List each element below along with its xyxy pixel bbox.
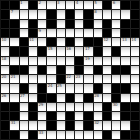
black-cell-r10c7 [66,94,74,102]
black-cell-r10c5 [47,94,55,102]
clue-number: 29 [39,103,44,108]
clue-number: 1 [20,1,22,6]
black-cell-r3c11 [103,29,111,37]
black-cell-r4c5 [47,38,55,46]
clue-number: 23 [76,75,81,80]
black-cell-r5c2 [20,47,28,55]
black-cell-r7c10 [94,66,102,74]
clue-number: 30 [113,103,118,108]
black-cell-r2c7 [66,20,74,28]
black-cell-r14c0 [1,131,9,139]
white-cell-r10c6[interactable] [57,94,65,102]
white-cell-r4c3[interactable]: 11 [29,38,37,46]
black-cell-r1c9 [84,10,92,18]
white-cell-r11c8[interactable] [75,103,83,111]
clue-number: 9 [39,29,41,34]
black-cell-r10c4 [38,94,46,102]
black-cell-r11c1 [10,103,18,111]
clue-number: 13 [122,38,127,43]
black-cell-r11c14 [131,103,139,111]
white-cell-r11c4[interactable]: 29 [38,103,46,111]
black-cell-r14c11 [103,131,111,139]
black-cell-r12c14 [131,112,139,120]
white-cell-r8c7[interactable]: 22 [66,75,74,83]
white-cell-r1c13[interactable] [121,10,129,18]
white-cell-r12c8[interactable] [75,112,83,120]
black-cell-r2c0 [1,20,9,28]
clue-number: 5 [94,1,96,6]
black-cell-r13c9 [84,121,92,129]
white-cell-r3c8[interactable] [75,29,83,37]
white-cell-r1c10[interactable]: 8 [94,10,102,18]
white-cell-r14c10[interactable] [94,131,102,139]
white-cell-r7c7[interactable] [66,66,74,74]
black-cell-r6c8 [75,57,83,65]
white-cell-r9c7[interactable] [66,84,74,92]
black-cell-r5c10 [94,47,102,55]
white-cell-r4c6[interactable] [57,38,65,46]
clue-number: 10 [2,38,7,43]
white-cell-r8c14[interactable] [131,75,139,83]
black-cell-r2c5 [47,20,55,28]
white-cell-r3c7[interactable] [66,29,74,37]
white-cell-r4c12[interactable] [112,38,120,46]
white-cell-r1c3[interactable] [29,10,37,18]
white-cell-r14c6[interactable] [57,131,65,139]
clue-number: 20 [2,75,7,80]
white-cell-r1c11[interactable] [103,10,111,18]
white-cell-r14c7[interactable] [66,131,74,139]
black-cell-r0c3 [29,1,37,9]
white-cell-r5c6[interactable] [57,47,65,55]
white-cell-r12c10[interactable] [94,112,102,120]
clue-number: 11 [29,38,34,43]
white-cell-r4c11[interactable]: 12 [103,38,111,46]
white-cell-r12c4[interactable] [38,112,46,120]
white-cell-r9c0[interactable] [1,84,9,92]
white-cell-r6c5[interactable] [47,57,55,65]
black-cell-r2c13 [121,20,129,28]
white-cell-r8c2[interactable] [20,75,28,83]
white-cell-r11c10[interactable] [94,103,102,111]
white-cell-r14c9[interactable] [84,131,92,139]
clue-number: 31 [11,121,16,126]
black-cell-r1c14 [131,10,139,18]
white-cell-r10c2[interactable]: 27 [20,94,28,102]
white-cell-r6c11[interactable] [103,57,111,65]
white-cell-r6c10[interactable] [94,57,102,65]
black-cell-r11c13 [121,103,129,111]
white-cell-r10c10[interactable]: 28 [94,94,102,102]
white-cell-r11c2[interactable] [20,103,28,111]
white-cell-r2c8[interactable] [75,20,83,28]
white-cell-r0c8[interactable]: 4 [75,1,83,9]
black-cell-r4c9 [84,38,92,46]
black-cell-r11c0 [1,103,9,111]
white-cell-r3c10[interactable] [94,29,102,37]
white-cell-r6c2[interactable] [20,57,28,65]
white-cell-r14c2[interactable] [20,131,28,139]
black-cell-r10c12 [112,94,120,102]
white-cell-r12c2[interactable] [20,112,28,120]
white-cell-r3c12[interactable] [112,29,120,37]
clue-number: 28 [94,94,99,99]
white-cell-r5c3[interactable] [29,47,37,55]
white-cell-r0c2[interactable]: 1 [20,1,28,9]
black-cell-r4c10 [94,38,102,46]
white-cell-r6c14[interactable] [131,57,139,65]
clue-number: 7 [11,10,13,15]
white-cell-r8c8[interactable]: 23 [75,75,83,83]
white-cell-r8c0[interactable]: 20 [1,75,9,83]
black-cell-r5c12 [112,47,120,55]
white-cell-r6c7[interactable] [66,57,74,65]
black-cell-r7c8 [75,66,83,74]
white-cell-r4c8[interactable] [75,38,83,46]
black-cell-r3c0 [1,29,9,37]
white-cell-r11c5[interactable] [47,103,55,111]
black-cell-r11c3 [29,103,37,111]
white-cell-r14c5[interactable] [47,131,55,139]
white-cell-r11c7[interactable] [66,103,74,111]
white-cell-r1c8[interactable] [75,10,83,18]
white-cell-r7c14[interactable] [131,66,139,74]
black-cell-r10c9 [84,94,92,102]
crossword-board-wrap: 1234567891011121314151617181920212223242… [0,0,140,140]
black-cell-r0c1 [10,1,18,9]
white-cell-r9c11[interactable] [103,84,111,92]
white-cell-r10c11[interactable] [103,94,111,102]
white-cell-r7c5[interactable] [47,66,55,74]
clue-number: 22 [66,75,71,80]
black-cell-r13c5 [47,121,55,129]
black-cell-r7c12 [112,66,120,74]
white-cell-r10c8[interactable] [75,94,83,102]
white-cell-r6c12[interactable] [112,57,120,65]
black-cell-r2c14 [131,20,139,28]
black-cell-r9c2 [20,84,28,92]
white-cell-r2c12[interactable] [112,20,120,28]
black-cell-r1c0 [1,10,9,18]
white-cell-r8c9[interactable] [84,75,92,83]
white-cell-r4c1[interactable] [10,38,18,46]
white-cell-r0c7[interactable] [66,1,74,9]
white-cell-r6c1[interactable] [10,57,18,65]
white-cell-r13c8[interactable] [75,121,83,129]
clue-number: 17 [85,47,90,52]
white-cell-r8c4[interactable] [38,75,46,83]
white-cell-r13c2[interactable] [20,121,28,129]
white-cell-r2c4[interactable] [38,20,46,28]
white-cell-r3c4[interactable]: 9 [38,29,46,37]
black-cell-r7c6 [57,66,65,74]
white-cell-r1c2[interactable] [20,10,28,18]
white-cell-r9c5[interactable]: 24 [47,84,55,92]
white-cell-r11c9[interactable] [84,103,92,111]
black-cell-r13c7 [66,121,74,129]
white-cell-r0c6[interactable]: 3 [57,1,65,9]
black-cell-r14c3 [29,131,37,139]
white-cell-r9c3[interactable] [29,84,37,92]
black-cell-r0c11 [103,1,111,9]
white-cell-r13c6[interactable] [57,121,65,129]
black-cell-r1c5 [47,10,55,18]
white-cell-r0c4[interactable]: 2 [38,1,46,9]
white-cell-r4c14[interactable]: 14 [131,38,139,46]
black-cell-r14c13 [121,131,129,139]
clue-number: 26 [2,94,7,99]
white-cell-r7c0[interactable] [1,66,9,74]
white-cell-r9c6[interactable]: 25 [57,84,65,92]
white-cell-r2c2[interactable] [20,20,28,28]
black-cell-r3c14 [131,29,139,37]
black-cell-r12c11 [103,112,111,120]
white-cell-r2c6[interactable] [57,20,65,28]
white-cell-r13c4[interactable] [38,121,46,129]
clue-number: 12 [103,38,108,43]
white-cell-r9c14[interactable] [131,84,139,92]
white-cell-r0c10[interactable]: 5 [94,1,102,9]
white-cell-r6c0[interactable]: 18 [1,57,9,65]
white-cell-r13c1[interactable]: 31 [10,121,18,129]
white-cell-r8c12[interactable] [112,75,120,83]
white-cell-r1c1[interactable]: 7 [10,10,18,18]
white-cell-r3c6[interactable] [57,29,65,37]
white-cell-r3c5[interactable] [47,29,55,37]
clue-number: 32 [94,121,99,126]
clue-number: 33 [39,131,44,136]
clue-number: 25 [57,84,62,89]
white-cell-r12c6[interactable] [57,112,65,120]
clue-number: 4 [76,1,78,6]
black-cell-r12c0 [1,112,9,120]
clue-number: 18 [2,57,7,62]
clue-number: 8 [94,10,96,15]
white-cell-r14c8[interactable] [75,131,83,139]
black-cell-r13c14 [131,121,139,129]
clue-number: 14 [131,38,136,43]
white-cell-r14c12[interactable] [112,131,120,139]
white-cell-r10c3[interactable] [29,94,37,102]
white-cell-r5c13[interactable] [121,47,129,55]
black-cell-r14c1 [10,131,18,139]
black-cell-r8c6 [57,75,65,83]
white-cell-r9c1[interactable] [10,84,18,92]
black-cell-r9c13 [121,84,129,92]
white-cell-r8c13[interactable] [121,75,129,83]
white-cell-r10c13[interactable] [121,94,129,102]
black-cell-r3c13 [121,29,129,37]
white-cell-r1c6[interactable] [57,10,65,18]
clue-number: 16 [66,47,71,52]
white-cell-r8c3[interactable] [29,75,37,83]
black-cell-r2c11 [103,20,111,28]
white-cell-r4c4[interactable] [38,38,46,46]
clue-number: 15 [48,47,53,52]
black-cell-r9c10 [94,84,102,92]
white-cell-r5c7[interactable]: 16 [66,47,74,55]
white-cell-r8c5[interactable] [47,75,55,83]
white-cell-r13c13[interactable] [121,121,129,129]
clue-number: 3 [57,1,59,6]
white-cell-r4c13[interactable]: 13 [121,38,129,46]
white-cell-r0c5[interactable] [47,1,55,9]
white-cell-r3c2[interactable] [20,29,28,37]
white-cell-r5c8[interactable] [75,47,83,55]
white-cell-r13c12[interactable] [112,121,120,129]
white-cell-r9c8[interactable] [75,84,83,92]
white-cell-r13c11[interactable] [103,121,111,129]
black-cell-r5c1 [10,47,18,55]
white-cell-r6c4[interactable] [38,57,46,65]
clue-number: 6 [113,1,115,6]
white-cell-r12c12[interactable] [112,112,120,120]
white-cell-r10c14[interactable] [131,94,139,102]
white-cell-r6c9[interactable]: 19 [84,57,92,65]
black-cell-r2c1 [10,20,18,28]
black-cell-r0c0 [1,1,9,9]
black-cell-r0c13 [121,1,129,9]
white-cell-r5c0[interactable] [1,47,9,55]
white-cell-r14c4[interactable]: 33 [38,131,46,139]
black-cell-r12c1 [10,112,18,120]
black-cell-r11c11 [103,103,111,111]
white-cell-r10c0[interactable]: 26 [1,94,9,102]
white-cell-r7c3[interactable] [29,66,37,74]
white-cell-r8c1[interactable]: 21 [10,75,18,83]
white-cell-r1c4[interactable] [38,10,46,18]
white-cell-r4c0[interactable]: 10 [1,38,9,46]
white-cell-r13c10[interactable]: 32 [94,121,102,129]
white-cell-r13c3[interactable] [29,121,37,129]
black-cell-r12c3 [29,112,37,120]
white-cell-r5c5[interactable]: 15 [47,47,55,55]
black-cell-r4c2 [20,38,28,46]
black-cell-r12c13 [121,112,129,120]
crossword-grid: 1234567891011121314151617181920212223242… [0,0,140,140]
black-cell-r5c4 [38,47,46,55]
black-cell-r0c14 [131,1,139,9]
white-cell-r10c1[interactable] [10,94,18,102]
white-cell-r6c13[interactable] [121,57,129,65]
black-cell-r13c0 [1,121,9,129]
white-cell-r6c3[interactable] [29,57,37,65]
black-cell-r1c7 [66,10,74,18]
white-cell-r5c11[interactable] [103,47,111,55]
clue-number: 19 [85,57,90,62]
white-cell-r6c6[interactable] [57,57,65,65]
white-cell-r1c12[interactable] [112,10,120,18]
black-cell-r7c4 [38,66,46,74]
black-cell-r12c9 [84,112,92,120]
black-cell-r2c3 [29,20,37,28]
clue-number: 27 [20,94,25,99]
black-cell-r9c4 [38,84,46,92]
black-cell-r3c3 [29,29,37,37]
white-cell-r8c11[interactable] [103,75,111,83]
white-cell-r0c9[interactable] [84,1,92,9]
black-cell-r7c2 [20,66,28,74]
white-cell-r9c9[interactable] [84,84,92,92]
white-cell-r0c12[interactable]: 6 [112,1,120,9]
white-cell-r7c11[interactable] [103,66,111,74]
white-cell-r5c9[interactable]: 17 [84,47,92,55]
black-cell-r3c1 [10,29,18,37]
black-cell-r4c7 [66,38,74,46]
black-cell-r2c9 [84,20,92,28]
clue-number: 24 [48,84,53,89]
white-cell-r3c9[interactable] [84,29,92,37]
white-cell-r8c10[interactable] [94,75,102,83]
black-cell-r12c5 [47,112,55,120]
white-cell-r7c9[interactable] [84,66,92,74]
white-cell-r2c10[interactable] [94,20,102,28]
white-cell-r11c12[interactable]: 30 [112,103,120,111]
white-cell-r11c6[interactable] [57,103,65,111]
clue-number: 2 [39,1,41,6]
black-cell-r9c12 [112,84,120,92]
white-cell-r5c14[interactable] [131,47,139,55]
black-cell-r12c7 [66,112,74,120]
clue-number: 21 [11,75,16,80]
black-cell-r14c14 [131,131,139,139]
black-cell-r7c13 [121,66,129,74]
black-cell-r7c1 [10,66,18,74]
